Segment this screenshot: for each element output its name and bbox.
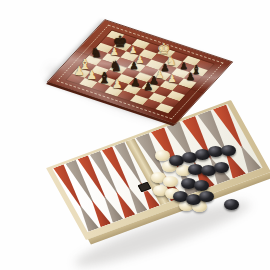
- backgammon-point-red: [212, 104, 252, 154]
- product-photo-scene: ♚♚♟♞♟♝♟♟♟♟♞♟♟♟♞♟♝♟♟♟♟♝♟: [0, 0, 270, 270]
